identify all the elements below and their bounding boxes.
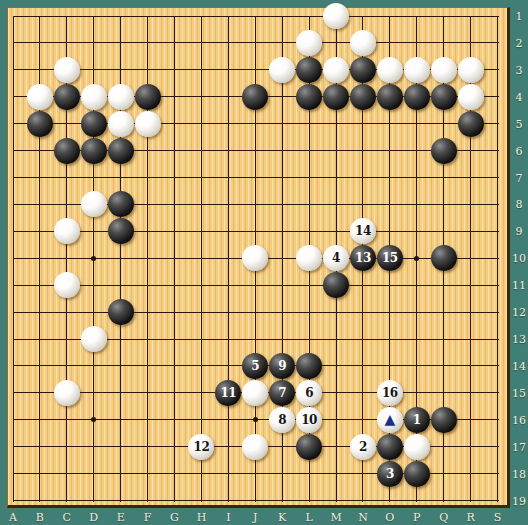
go-app-window: 144131559117616810▲11223 ABCDEFGHIJKLMNO… [0,0,528,525]
stone-L15[interactable]: 6 [296,380,322,406]
move-number-label: 12 [194,441,210,453]
stone-P3[interactable] [404,57,430,83]
stone-F4[interactable] [135,84,161,110]
stone-O15[interactable]: 16 [377,380,403,406]
stone-R5[interactable] [458,111,484,137]
column-label-N: N [358,512,368,523]
move-number-label: 10 [301,414,317,426]
row-label-11: 11 [512,280,526,291]
row-label-13: 13 [512,334,526,345]
stone-L16[interactable]: 10 [296,407,322,433]
row-label-4: 4 [516,91,523,102]
stone-R4[interactable] [458,84,484,110]
stone-N2[interactable] [350,30,376,56]
stone-P17[interactable] [404,434,430,460]
column-label-M: M [330,512,341,523]
row-label-19: 19 [512,495,526,506]
stone-Q4[interactable] [431,84,457,110]
stone-E8[interactable] [108,191,134,217]
column-label-A: A [9,512,17,523]
grid-line-horizontal [13,500,499,501]
stone-C6[interactable] [54,138,80,164]
stone-D13[interactable] [81,326,107,352]
stone-K15[interactable]: 7 [269,380,295,406]
stone-J4[interactable] [242,84,268,110]
stone-B5[interactable] [27,111,53,137]
stone-O4[interactable] [377,84,403,110]
move-number-label: 14 [355,225,371,237]
move-number-label: 3 [386,468,394,480]
column-label-E: E [117,512,125,523]
grid-line-vertical [174,16,175,502]
row-label-2: 2 [516,37,523,48]
column-label-J: J [253,512,257,523]
column-label-B: B [36,512,44,523]
row-label-5: 5 [516,118,523,129]
column-label-L: L [305,512,312,523]
stone-Q10[interactable] [431,245,457,271]
stone-N17[interactable]: 2 [350,434,376,460]
stone-E6[interactable] [108,138,134,164]
move-number-label: 6 [305,387,313,399]
move-number-label: 4 [332,252,340,264]
stone-L2[interactable] [296,30,322,56]
stone-J17[interactable] [242,434,268,460]
grid-line-horizontal [13,177,499,178]
stone-C15[interactable] [54,380,80,406]
move-number-label: 1 [413,414,421,426]
stone-H17[interactable]: 12 [188,434,214,460]
stone-Q3[interactable] [431,57,457,83]
column-label-I: I [226,512,230,523]
row-label-7: 7 [516,172,523,183]
grid-line-vertical [497,16,498,502]
stone-E4[interactable] [108,84,134,110]
move-number-label: 9 [278,360,286,372]
stone-E5[interactable] [108,111,134,137]
grid-line-horizontal [13,285,499,286]
column-label-G: G [170,512,179,523]
grid-line-horizontal [13,42,499,43]
grid-line-horizontal [13,231,499,232]
column-label-D: D [89,512,98,523]
stone-L3[interactable] [296,57,322,83]
stone-D4[interactable] [81,84,107,110]
stone-M4[interactable] [323,84,349,110]
row-label-6: 6 [516,145,523,156]
column-label-O: O [385,512,394,523]
column-label-H: H [197,512,207,523]
row-label-16: 16 [512,414,526,425]
stone-C9[interactable] [54,218,80,244]
stone-E9[interactable] [108,218,134,244]
row-label-9: 9 [516,226,523,237]
stone-Q16[interactable] [431,407,457,433]
stone-L14[interactable] [296,353,322,379]
stone-O16[interactable]: ▲ [377,407,403,433]
grid-line-vertical [228,16,229,502]
stone-F5[interactable] [135,111,161,137]
stone-P4[interactable] [404,84,430,110]
move-number-label: 2 [359,441,367,453]
stone-M3[interactable] [323,57,349,83]
move-number-label: 5 [251,360,259,372]
stone-L17[interactable] [296,434,322,460]
stone-O3[interactable] [377,57,403,83]
stone-N3[interactable] [350,57,376,83]
grid-line-horizontal [13,312,499,313]
column-label-C: C [63,512,71,523]
grid-line-horizontal [13,16,499,17]
triangle-marker-icon: ▲ [384,412,395,426]
stone-P16[interactable]: 1 [404,407,430,433]
stone-C3[interactable] [54,57,80,83]
stone-P18[interactable] [404,461,430,487]
stone-M1[interactable] [323,3,349,29]
column-label-S: S [494,512,502,523]
stone-C11[interactable] [54,272,80,298]
column-label-R: R [466,512,474,523]
row-label-14: 14 [512,360,526,371]
stone-K16[interactable]: 8 [269,407,295,433]
grid-line-vertical [13,16,14,502]
move-number-label: 15 [382,252,398,264]
stone-C4[interactable] [54,84,80,110]
move-number-label: 16 [382,387,398,399]
column-label-Q: Q [439,512,448,523]
stone-K3[interactable] [269,57,295,83]
stone-Q6[interactable] [431,138,457,164]
row-label-10: 10 [512,253,526,264]
row-label-3: 3 [516,64,523,75]
row-label-18: 18 [512,468,526,479]
column-label-P: P [413,512,420,523]
row-label-17: 17 [512,441,526,452]
stone-J15[interactable] [242,380,268,406]
stone-O18[interactable]: 3 [377,461,403,487]
stone-B4[interactable] [27,84,53,110]
grid-line-vertical [201,16,202,502]
stone-D5[interactable] [81,111,107,137]
stone-E12[interactable] [108,299,134,325]
move-number-label: 13 [355,252,371,264]
column-label-F: F [144,512,152,523]
row-label-8: 8 [516,199,523,210]
move-number-label: 7 [278,387,286,399]
stone-L4[interactable] [296,84,322,110]
stone-R3[interactable] [458,57,484,83]
stone-N4[interactable] [350,84,376,110]
stone-O17[interactable] [377,434,403,460]
move-number-label: 8 [278,414,286,426]
stone-D6[interactable] [81,138,107,164]
stone-O10[interactable]: 15 [377,245,403,271]
move-number-label: 11 [221,387,237,399]
row-label-15: 15 [512,387,526,398]
stone-K14[interactable]: 9 [269,353,295,379]
row-label-1: 1 [516,11,523,22]
column-label-K: K [278,512,286,523]
row-label-12: 12 [512,307,526,318]
